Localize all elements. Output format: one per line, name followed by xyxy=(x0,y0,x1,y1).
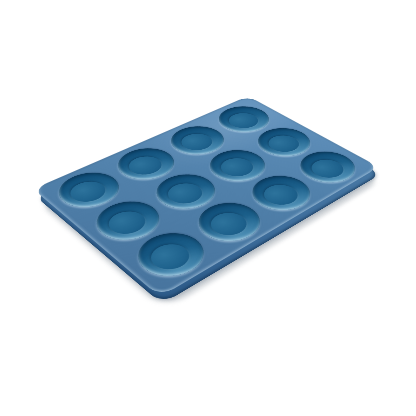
muffin-cup-cavity-base xyxy=(214,155,259,180)
product-photo-background xyxy=(0,0,416,416)
muffin-cup-cavity-base xyxy=(175,130,218,153)
muffin-pan-top-surface xyxy=(33,96,379,297)
muffin-cup-cavity-base xyxy=(257,181,304,209)
muffin-cup-cavity-base xyxy=(161,179,209,207)
muffin-cup-cavity-base xyxy=(262,132,305,155)
muffin-cup-cavity-base xyxy=(122,153,168,179)
muffin-cup-cavity-base xyxy=(64,178,112,206)
muffin-cup-cavity-base xyxy=(223,110,264,131)
muffin-cup-cavity-base xyxy=(305,156,350,181)
muffin-cup-cavity-base xyxy=(143,239,196,274)
muffin-cup-cavity-base xyxy=(102,207,153,239)
muffin-cup-cavity-base xyxy=(204,208,254,239)
